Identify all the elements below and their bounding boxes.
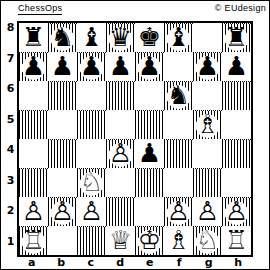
- black-rook: ♜: [19, 23, 48, 52]
- black-pawn: ♟: [19, 52, 48, 81]
- square-e3[interactable]: [135, 168, 164, 197]
- square-e8[interactable]: ♚: [135, 23, 164, 52]
- square-d5[interactable]: [106, 110, 135, 139]
- square-c6[interactable]: [77, 81, 106, 110]
- square-e4[interactable]: ♟: [135, 139, 164, 168]
- black-knight: ♞: [48, 23, 77, 52]
- square-f5[interactable]: [164, 110, 193, 139]
- file-label-g: g: [194, 257, 224, 269]
- square-h5[interactable]: [222, 110, 251, 139]
- square-c8[interactable]: ♝: [77, 23, 106, 52]
- square-d1[interactable]: ♕: [106, 226, 135, 255]
- black-king: ♚: [135, 23, 164, 52]
- square-c7[interactable]: ♟: [77, 52, 106, 81]
- square-d6[interactable]: [106, 81, 135, 110]
- white-pawn: ♙: [48, 197, 77, 226]
- square-b8[interactable]: ♞: [48, 23, 77, 52]
- black-bishop: ♝: [77, 23, 106, 52]
- file-label-f: f: [165, 257, 195, 269]
- square-d8[interactable]: ♛: [106, 23, 135, 52]
- square-b5[interactable]: [48, 110, 77, 139]
- square-d3[interactable]: [106, 168, 135, 197]
- file-label-c: c: [76, 257, 106, 269]
- white-knight: ♘: [193, 226, 222, 255]
- rank-label-6: 6: [4, 82, 17, 113]
- white-queen: ♕: [106, 226, 135, 255]
- black-bishop: ♝: [164, 23, 193, 52]
- square-c1[interactable]: [77, 226, 106, 255]
- square-a3[interactable]: [19, 168, 48, 197]
- square-b7[interactable]: ♟: [48, 52, 77, 81]
- rank-label-1: 1: [4, 235, 17, 266]
- square-a5[interactable]: [19, 110, 48, 139]
- square-c4[interactable]: [77, 139, 106, 168]
- square-b6[interactable]: [48, 81, 77, 110]
- rank-label-3: 3: [4, 174, 17, 205]
- square-c3[interactable]: ♘: [77, 168, 106, 197]
- black-pawn: ♟: [135, 139, 164, 168]
- file-label-e: e: [135, 257, 165, 269]
- white-bishop: ♗: [164, 226, 193, 255]
- rank-label-8: 8: [4, 21, 17, 52]
- square-h1[interactable]: ♖: [222, 226, 251, 255]
- square-g6[interactable]: [193, 81, 222, 110]
- app-window: ChessOps © EUdesign 87654321 ♜♞♝♛♚♝♜♟♟♟♟…: [0, 0, 270, 270]
- rank-labels: 87654321: [4, 21, 17, 265]
- square-e6[interactable]: [135, 81, 164, 110]
- square-b4[interactable]: [48, 139, 77, 168]
- rank-label-7: 7: [4, 52, 17, 83]
- white-pawn: ♙: [77, 197, 106, 226]
- rank-label-4: 4: [4, 143, 17, 174]
- white-rook: ♖: [222, 226, 251, 255]
- header-bar: ChessOps © EUdesign: [18, 3, 266, 17]
- black-pawn: ♟: [48, 52, 77, 81]
- square-g2[interactable]: ♙: [193, 197, 222, 226]
- black-pawn: ♟: [222, 52, 251, 81]
- white-king: ♔: [135, 226, 164, 255]
- board-area: 87654321 ♜♞♝♛♚♝♜♟♟♟♟♟♟♟♞♗♙♟♘♙♙♙♙♙♙♖♕♔♗♘♖: [4, 21, 253, 265]
- square-a4[interactable]: [19, 139, 48, 168]
- rank-label-5: 5: [4, 113, 17, 144]
- square-h3[interactable]: [222, 168, 251, 197]
- square-h8[interactable]: ♜: [222, 23, 251, 52]
- square-f1[interactable]: ♗: [164, 226, 193, 255]
- square-g8[interactable]: [193, 23, 222, 52]
- square-d7[interactable]: ♟: [106, 52, 135, 81]
- square-h4[interactable]: [222, 139, 251, 168]
- square-g4[interactable]: [193, 139, 222, 168]
- square-e7[interactable]: ♟: [135, 52, 164, 81]
- square-h7[interactable]: ♟: [222, 52, 251, 81]
- square-d4[interactable]: ♙: [106, 139, 135, 168]
- square-c5[interactable]: [77, 110, 106, 139]
- square-e2[interactable]: [135, 197, 164, 226]
- white-rook: ♖: [19, 226, 48, 255]
- file-label-d: d: [106, 257, 136, 269]
- square-f2[interactable]: ♙: [164, 197, 193, 226]
- chess-board: ♜♞♝♛♚♝♜♟♟♟♟♟♟♟♞♗♙♟♘♙♙♙♙♙♙♖♕♔♗♘♖: [17, 21, 253, 257]
- black-pawn: ♟: [106, 52, 135, 81]
- square-f3[interactable]: [164, 168, 193, 197]
- square-e1[interactable]: ♔: [135, 226, 164, 255]
- square-a7[interactable]: ♟: [19, 52, 48, 81]
- black-pawn: ♟: [77, 52, 106, 81]
- white-pawn: ♙: [193, 197, 222, 226]
- square-a8[interactable]: ♜: [19, 23, 48, 52]
- square-a6[interactable]: [19, 81, 48, 110]
- square-b2[interactable]: ♙: [48, 197, 77, 226]
- black-pawn: ♟: [135, 52, 164, 81]
- square-a2[interactable]: ♙: [19, 197, 48, 226]
- square-f4[interactable]: [164, 139, 193, 168]
- square-g5[interactable]: ♗: [193, 110, 222, 139]
- black-knight: ♞: [164, 81, 193, 110]
- square-h6[interactable]: [222, 81, 251, 110]
- file-label-h: h: [224, 257, 254, 269]
- rank-label-2: 2: [4, 204, 17, 235]
- black-queen: ♛: [106, 23, 135, 52]
- square-f7[interactable]: [164, 52, 193, 81]
- square-b3[interactable]: [48, 168, 77, 197]
- white-pawn: ♙: [164, 197, 193, 226]
- black-pawn: ♟: [193, 52, 222, 81]
- square-a1[interactable]: ♖: [19, 226, 48, 255]
- square-f8[interactable]: ♝: [164, 23, 193, 52]
- square-c2[interactable]: ♙: [77, 197, 106, 226]
- square-g7[interactable]: ♟: [193, 52, 222, 81]
- white-bishop: ♗: [193, 110, 222, 139]
- file-label-b: b: [47, 257, 77, 269]
- square-d2[interactable]: [106, 197, 135, 226]
- white-pawn: ♙: [106, 139, 135, 168]
- square-e5[interactable]: [135, 110, 164, 139]
- square-f6[interactable]: ♞: [164, 81, 193, 110]
- black-rook: ♜: [222, 23, 251, 52]
- white-pawn: ♙: [19, 197, 48, 226]
- square-g1[interactable]: ♘: [193, 226, 222, 255]
- app-title: ChessOps: [18, 3, 62, 15]
- file-label-a: a: [17, 257, 47, 269]
- copyright-label: © EUdesign: [215, 3, 266, 13]
- white-pawn: ♙: [222, 197, 251, 226]
- square-h2[interactable]: ♙: [222, 197, 251, 226]
- square-b1[interactable]: [48, 226, 77, 255]
- square-g3[interactable]: [193, 168, 222, 197]
- white-knight: ♘: [77, 168, 106, 197]
- file-labels: abcdefgh: [17, 257, 253, 269]
